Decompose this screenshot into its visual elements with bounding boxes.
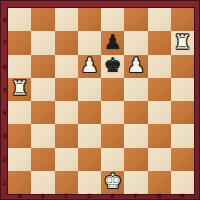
square-f7[interactable]: [124, 31, 147, 54]
rank-label-7: 7: [1, 31, 8, 54]
square-a3[interactable]: [8, 124, 31, 147]
square-e8[interactable]: [101, 8, 124, 31]
square-b1[interactable]: [31, 171, 54, 194]
square-d2[interactable]: [78, 148, 101, 171]
square-a1[interactable]: [8, 171, 31, 194]
square-e5[interactable]: [101, 78, 124, 101]
square-c6[interactable]: [55, 55, 78, 78]
square-c1[interactable]: [55, 171, 78, 194]
square-a2[interactable]: [8, 148, 31, 171]
white-pawn[interactable]: ♟: [127, 55, 145, 75]
square-a7[interactable]: [8, 31, 31, 54]
white-rook[interactable]: ♜: [173, 32, 191, 52]
square-h5[interactable]: [171, 78, 194, 101]
square-c7[interactable]: [55, 31, 78, 54]
chess-board: ♟♜♟♚♟♜♚ 87654321ABCDEFGH: [0, 0, 200, 200]
file-label-e: E: [101, 192, 124, 199]
file-label-b: B: [31, 192, 54, 199]
square-d5[interactable]: [78, 78, 101, 101]
board-grid: ♟♜♟♚♟♜♚: [8, 8, 194, 194]
square-g5[interactable]: [148, 78, 171, 101]
rank-label-4: 4: [1, 101, 8, 124]
file-label-c: C: [55, 192, 78, 199]
square-b8[interactable]: [31, 8, 54, 31]
square-h2[interactable]: [171, 148, 194, 171]
white-rook[interactable]: ♜: [11, 78, 29, 98]
square-e3[interactable]: [101, 124, 124, 147]
square-d6[interactable]: ♟: [78, 55, 101, 78]
square-c2[interactable]: [55, 148, 78, 171]
square-a6[interactable]: [8, 55, 31, 78]
square-c3[interactable]: [55, 124, 78, 147]
square-e1[interactable]: ♚: [101, 171, 124, 194]
square-a4[interactable]: [8, 101, 31, 124]
square-c4[interactable]: [55, 101, 78, 124]
rank-label-8: 8: [1, 8, 8, 31]
square-f3[interactable]: [124, 124, 147, 147]
file-label-a: A: [8, 192, 31, 199]
square-a8[interactable]: [8, 8, 31, 31]
square-h8[interactable]: [171, 8, 194, 31]
black-pawn[interactable]: ♟: [104, 32, 122, 52]
square-b5[interactable]: [31, 78, 54, 101]
square-d4[interactable]: [78, 101, 101, 124]
square-d3[interactable]: [78, 124, 101, 147]
square-e4[interactable]: [101, 101, 124, 124]
square-d8[interactable]: [78, 8, 101, 31]
square-g3[interactable]: [148, 124, 171, 147]
file-label-f: F: [124, 192, 147, 199]
square-b4[interactable]: [31, 101, 54, 124]
white-king[interactable]: ♚: [104, 171, 122, 191]
square-g2[interactable]: [148, 148, 171, 171]
square-c8[interactable]: [55, 8, 78, 31]
square-e2[interactable]: [101, 148, 124, 171]
file-label-g: G: [148, 192, 171, 199]
rank-label-6: 6: [1, 55, 8, 78]
file-label-d: D: [78, 192, 101, 199]
white-pawn[interactable]: ♟: [80, 55, 98, 75]
square-g6[interactable]: [148, 55, 171, 78]
square-g8[interactable]: [148, 8, 171, 31]
square-g7[interactable]: [148, 31, 171, 54]
square-g1[interactable]: [148, 171, 171, 194]
square-c5[interactable]: [55, 78, 78, 101]
square-h1[interactable]: [171, 171, 194, 194]
rank-label-2: 2: [1, 148, 8, 171]
square-g4[interactable]: [148, 101, 171, 124]
square-h4[interactable]: [171, 101, 194, 124]
square-f6[interactable]: ♟: [124, 55, 147, 78]
square-e7[interactable]: ♟: [101, 31, 124, 54]
square-b2[interactable]: [31, 148, 54, 171]
rank-label-5: 5: [1, 78, 8, 101]
square-d1[interactable]: [78, 171, 101, 194]
square-e6[interactable]: ♚: [101, 55, 124, 78]
black-king[interactable]: ♚: [104, 55, 122, 75]
square-h6[interactable]: [171, 55, 194, 78]
square-h3[interactable]: [171, 124, 194, 147]
square-a5[interactable]: ♜: [8, 78, 31, 101]
rank-label-3: 3: [1, 124, 8, 147]
file-label-h: H: [171, 192, 194, 199]
square-b7[interactable]: [31, 31, 54, 54]
square-f4[interactable]: [124, 101, 147, 124]
square-f8[interactable]: [124, 8, 147, 31]
square-f5[interactable]: [124, 78, 147, 101]
rank-label-1: 1: [1, 171, 8, 194]
square-h7[interactable]: ♜: [171, 31, 194, 54]
square-f2[interactable]: [124, 148, 147, 171]
square-f1[interactable]: [124, 171, 147, 194]
square-b3[interactable]: [31, 124, 54, 147]
square-d7[interactable]: [78, 31, 101, 54]
square-b6[interactable]: [31, 55, 54, 78]
